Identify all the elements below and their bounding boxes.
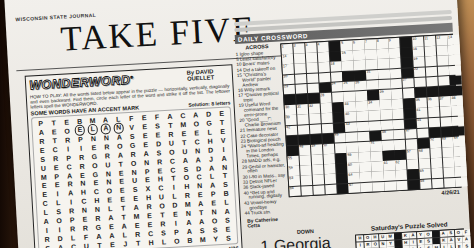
crossword-cell: 21 <box>366 70 378 80</box>
solved-letter-cell: I <box>357 242 364 248</box>
crossword-cell: 45 <box>334 133 346 143</box>
crossword-cell <box>365 49 377 59</box>
crossword-cell <box>455 177 467 187</box>
crossword-cell <box>444 178 456 188</box>
clue-number: 45 <box>334 133 338 137</box>
clue-number: 6 <box>353 40 355 44</box>
solved-letter-cell: K <box>440 237 447 244</box>
solved-letter-cell: O <box>455 229 462 236</box>
crossword-cell: 16 <box>412 47 424 57</box>
crossword-cell <box>382 140 394 150</box>
crossword-cell <box>317 52 329 62</box>
crossword-cell <box>403 88 415 98</box>
clue-number: 22 <box>414 67 418 71</box>
crossword-cell <box>380 100 392 110</box>
crossword-cell <box>309 114 321 124</box>
crossword-cell <box>307 73 319 83</box>
crossword-cell: 52 <box>429 138 441 148</box>
clue-number: 17 <box>283 64 287 68</box>
crossword-cell <box>377 59 389 69</box>
clue-number: 47 <box>405 129 409 133</box>
crossword-cell: 57 <box>406 149 418 159</box>
crossword-cell <box>425 56 437 66</box>
crossword-cell <box>324 164 336 174</box>
wordsearch-letter: H <box>144 237 157 247</box>
crossword-cell <box>369 121 381 131</box>
solved-letter-cell: E <box>455 243 462 248</box>
crossword-cell <box>321 123 333 133</box>
crossword-cell <box>358 142 370 152</box>
crossword-cell <box>442 157 454 167</box>
clue-number: 18 <box>330 62 334 66</box>
crossword-cell: 38 <box>451 96 463 106</box>
solved-letter-cell: O <box>372 241 379 248</box>
crossword-cell <box>396 180 408 190</box>
crossword-cell <box>354 60 366 70</box>
crossword-cell: 50 <box>323 144 335 154</box>
clue-number: 14 <box>282 54 286 58</box>
clue-number: 68 <box>420 179 424 183</box>
clue-number: 51 <box>370 141 374 145</box>
crossword-cell <box>295 74 307 84</box>
crossword-cell <box>355 91 367 101</box>
crossword-cell: 51 <box>370 141 382 151</box>
down-clue-column: DOWN 1 Georgia team, in sports headlines… <box>260 226 359 248</box>
crossword-cell <box>451 106 463 116</box>
crossword-cell <box>448 45 460 55</box>
solved-black-square <box>432 231 439 238</box>
solved-black-square <box>394 233 401 240</box>
crossword-cell: 48 <box>299 145 311 155</box>
crossword-cell <box>440 106 452 116</box>
photo-of-newspaper: WISCONSIN STATE JOURNAL TAKE FIVE WONDER… <box>0 0 474 248</box>
clue-number: 60 <box>348 163 352 167</box>
crossword-cell <box>366 60 378 70</box>
clue-number: 32 <box>309 104 313 108</box>
crossword-cell <box>343 91 355 101</box>
crossword-cell <box>359 162 371 172</box>
crossword-cell <box>330 72 342 82</box>
crossword-cell <box>437 66 449 76</box>
crossword-cell <box>380 110 392 120</box>
crossword-cell: 27 <box>402 78 414 88</box>
crossword-grid: 1234567891011121314151617181920212223242… <box>280 34 461 198</box>
crossword-cell <box>449 65 461 75</box>
crossword-cell <box>356 101 368 111</box>
crossword-cell <box>384 171 396 181</box>
crossword-cell: 64 <box>348 173 360 183</box>
crossword-cell: 55 <box>288 156 300 166</box>
crossword-cell <box>389 48 401 58</box>
crossword-cell <box>307 83 319 93</box>
clue-number: 7 <box>365 39 367 43</box>
crossword-black-square <box>370 131 382 141</box>
crossword-cell <box>324 174 336 184</box>
clue-number: 31 <box>297 104 301 108</box>
crossword-cell <box>442 147 454 157</box>
crossword-cell <box>394 140 406 150</box>
crossword-cell <box>321 113 333 123</box>
crossword-cell <box>313 185 325 195</box>
crossword-cell <box>358 131 370 141</box>
clue-number: 49 <box>311 144 315 148</box>
crossword-cell <box>381 120 393 130</box>
clue-number: 15 <box>342 51 346 55</box>
solved-letter-cell: I <box>440 244 447 248</box>
clue-number: 8 <box>377 39 379 43</box>
wordsearch-letter: M <box>196 235 209 245</box>
clue-number: 4 <box>317 42 319 46</box>
crossword-black-square <box>287 146 299 156</box>
crossword-cell <box>301 175 313 185</box>
crossword-cell <box>424 46 436 56</box>
crossword-cell <box>368 110 380 120</box>
crossword-cell: 3 <box>305 42 317 52</box>
solved-letter-cell: O <box>424 231 431 238</box>
crossword-cell <box>443 167 455 177</box>
clue-number: 56 <box>347 152 351 156</box>
crossword-black-square <box>332 102 344 112</box>
solved-letter-cell: A <box>448 237 455 244</box>
crossword-cell: 30 <box>285 105 297 115</box>
clue-number: 13 <box>448 35 452 39</box>
crossword-cell <box>417 128 429 138</box>
clue-number: 39 <box>286 115 290 119</box>
clue-number: 43 <box>346 122 350 126</box>
solved-letter-cell: R <box>364 241 371 248</box>
crossword-black-square <box>408 180 420 190</box>
crossword-cell <box>455 167 467 177</box>
crossword-cell: 32 <box>308 104 320 114</box>
wordsearch-letter: U <box>80 241 93 248</box>
crossword-cell <box>392 109 404 119</box>
crossword-cell: 1 <box>281 44 293 54</box>
crossword-cell: 10 <box>412 37 424 47</box>
crossword-cell <box>449 55 461 65</box>
clue-number: 29 <box>379 89 383 93</box>
clue-number: 65 <box>420 169 424 173</box>
crossword-cell <box>300 165 312 175</box>
crossword-cell <box>440 117 452 127</box>
wordsearch-letter: T <box>93 240 106 248</box>
crossword-cell <box>295 84 307 94</box>
crossword-cell: 9 <box>388 38 400 48</box>
crossword-cell: 25 <box>343 81 355 91</box>
crossword-black-square <box>427 87 439 97</box>
crossword-cell: 20 <box>283 74 295 84</box>
solved-letter-cell: M <box>386 233 393 240</box>
solved-letter-cell: A <box>409 232 416 239</box>
solved-letter-cell: U <box>379 234 386 241</box>
crossword-black-square <box>400 37 412 47</box>
crossword-cell: 2 <box>293 43 305 53</box>
crossword-cell <box>372 171 384 181</box>
crossword-black-square <box>407 169 419 179</box>
solved-letter-cell: A <box>440 230 447 237</box>
crossword-black-square <box>418 138 430 148</box>
wordsearch-letter: T <box>131 238 144 248</box>
wordsearch-grid-frame: PTEBMALFEFACADEAEOELANVESTMOGTRTRPNNASEE… <box>31 107 238 248</box>
clue-number: 53 <box>442 137 446 141</box>
crossword-black-square <box>453 126 465 136</box>
crossword-cell: 7 <box>364 39 376 49</box>
crossword-cell <box>377 49 389 59</box>
crossword-cell <box>391 89 403 99</box>
solved-letter-cell: S <box>425 238 432 245</box>
crossword-black-square <box>329 51 341 61</box>
crossword-black-square <box>298 135 310 145</box>
crossword-cell <box>306 53 318 63</box>
saturday-solution-block: Saturday's Puzzle Solved HOHUMKAYOASOFIR… <box>355 220 472 248</box>
crossword-black-square <box>296 94 308 104</box>
crossword-cell <box>298 125 310 135</box>
crossword-cell <box>431 168 443 178</box>
crossword-black-square <box>450 75 462 85</box>
clue-number: 26 <box>355 81 359 85</box>
crossword-black-square <box>438 86 450 96</box>
clue-number: 24 <box>331 82 335 86</box>
crossword-cell: 35 <box>415 98 427 108</box>
crossword-black-square <box>333 112 345 122</box>
crossword-cell <box>452 116 464 126</box>
crossword-cell: 61 <box>383 161 395 171</box>
wonderword-byline: By DAVID OUELLET <box>187 67 230 82</box>
crossword-cell: 31 <box>297 104 309 114</box>
crossword-cell: 23 <box>284 85 296 95</box>
crossword-cell <box>367 80 379 90</box>
across-clue-list: 1 Igloo shape5 Least satisfactory10 Boar… <box>236 50 288 216</box>
crossword-black-square <box>401 58 413 68</box>
crossword-cell: 65 <box>419 169 431 179</box>
crossword-cell: 62 <box>395 160 407 170</box>
clue-number: 19 <box>413 57 417 61</box>
clue-number: 59 <box>288 166 292 170</box>
clue-number: 67 <box>349 183 353 187</box>
clue-number: 21 <box>366 70 370 74</box>
crossword-cell <box>311 154 323 164</box>
crossword-black-square <box>354 70 366 80</box>
crossword-cell <box>325 184 337 194</box>
clue-number: 34 <box>368 100 372 104</box>
solved-letter-cell: N <box>379 240 386 247</box>
wordsearch-letter: J <box>119 239 132 248</box>
crossword-cell <box>346 132 358 142</box>
clue-number: 11 <box>424 36 428 40</box>
crossword-black-square <box>284 95 296 105</box>
clue-number: 41 <box>416 108 420 112</box>
clue-number: 37 <box>439 96 443 100</box>
crossword-cell: 14 <box>282 54 294 64</box>
crossword-cell <box>342 61 354 71</box>
clue-number: 63 <box>289 176 293 180</box>
clue-number: 46 <box>382 130 386 134</box>
solved-letter-cell: L <box>448 244 455 248</box>
crossword-cell: 46 <box>381 130 393 140</box>
newspaper-page: WISCONSIN STATE JOURNAL TAKE FIVE WONDER… <box>4 0 472 248</box>
crossword-cell: 39 <box>285 115 297 125</box>
solved-black-square <box>394 240 401 247</box>
crossword-cell <box>318 62 330 72</box>
crossword-cell <box>390 79 402 89</box>
solved-letter-cell: V <box>455 236 462 243</box>
crossword-cell: 13 <box>448 35 460 45</box>
clue-number: 10 <box>412 37 416 41</box>
crossword-black-square <box>336 163 348 173</box>
crossword-cell: 68 <box>420 179 432 189</box>
clue-number: 25 <box>343 81 347 85</box>
crossword-cell <box>419 159 431 169</box>
crossword-black-square <box>403 98 415 108</box>
crossword-cell: 5 <box>341 40 353 50</box>
crossword-cell <box>319 72 331 82</box>
clue-number: 54 <box>454 136 458 140</box>
across-clue-column: ACROSS 1 Igloo shape5 Least satisfactory… <box>235 44 288 229</box>
crossword-cell <box>414 77 426 87</box>
clue-number: 2 <box>294 43 296 47</box>
crossword-cell <box>334 143 346 153</box>
crossword-cell <box>432 178 444 188</box>
crossword-black-square <box>402 68 414 78</box>
clue-number: 1 <box>282 44 284 48</box>
solved-letter-cell: S <box>463 243 470 248</box>
crossword-black-square <box>308 93 320 103</box>
crossword-cell <box>312 175 324 185</box>
crossword-cell <box>378 69 390 79</box>
crossword-cell <box>389 58 401 68</box>
crossword-cell <box>438 76 450 86</box>
crossword-cell <box>436 45 448 55</box>
clue-number: 64 <box>348 173 352 177</box>
clue-number: 27 <box>403 78 407 82</box>
solved-letter-cell: M <box>433 244 440 248</box>
crossword-cell <box>312 165 324 175</box>
solved-letter-cell: F <box>462 229 469 236</box>
wordsearch-letter: C <box>67 242 80 248</box>
crossword-black-square <box>329 41 341 51</box>
wordsearch-letter: O <box>170 236 183 246</box>
crossword-grid-area: 1234567891011121314151617181920212223242… <box>280 34 463 227</box>
crossword-cell <box>407 159 419 169</box>
solved-letter-cell: A <box>463 236 470 243</box>
crossword-black-square <box>404 108 416 118</box>
crossword-cell <box>332 92 344 102</box>
clue-number: 30 <box>285 105 289 109</box>
crossword-cell: 15 <box>341 51 353 61</box>
daily-crossword-section: DAILY CROSSWORD ACROSS 1 Igloo shape5 Le… <box>234 10 466 248</box>
solved-letter-cell: K <box>402 232 409 239</box>
crossword-cell <box>320 103 332 113</box>
clue-number: 20 <box>283 74 287 78</box>
crossword-cell <box>392 99 404 109</box>
crossword-byline: By Catherine Cetta <box>247 216 289 229</box>
crossword-cell <box>359 152 371 162</box>
crossword-cell <box>430 148 442 158</box>
clue-number: 38 <box>451 96 455 100</box>
crossword-cell <box>371 151 383 161</box>
crossword-cell <box>396 170 408 180</box>
crossword-black-square <box>367 90 379 100</box>
crossword-cell: 17 <box>282 64 294 74</box>
crossword-black-square <box>336 173 348 183</box>
crossword-black-square <box>450 85 462 95</box>
clue-number: 61 <box>383 161 387 165</box>
crossword-cell <box>294 63 306 73</box>
clue-number: 28 <box>320 93 324 97</box>
crossword-cell: 67 <box>349 183 361 193</box>
crossword-black-square <box>322 133 334 143</box>
crossword-black-square <box>401 47 413 57</box>
wordsearch-letter: S <box>41 243 54 248</box>
crossword-cell: 59 <box>288 166 300 176</box>
clue-number: 52 <box>430 138 434 142</box>
solved-letter-cell: Y <box>417 231 424 238</box>
crossword-cell: 19 <box>413 57 425 67</box>
crossword-black-square <box>335 153 347 163</box>
crossword-cell <box>393 129 405 139</box>
crossword-cell: 63 <box>289 176 301 186</box>
wordsearch-letter: E <box>106 240 119 248</box>
crossword-cell <box>454 157 466 167</box>
crossword-cell: 22 <box>414 67 426 77</box>
crossword-black-square <box>429 127 441 137</box>
solved-letter-cell: E <box>417 238 424 245</box>
clue-number: 16 <box>413 47 417 51</box>
clue-number: 48 <box>299 145 303 149</box>
crossword-cell <box>390 68 402 78</box>
crossword-cell <box>301 186 313 196</box>
crossword-cell: 24 <box>331 82 343 92</box>
crossword-black-square <box>319 83 331 93</box>
crossword-black-square <box>415 87 427 97</box>
clue-number: 36 <box>428 97 432 101</box>
clue-number: 35 <box>416 98 420 102</box>
clue-number: 3 <box>305 43 307 47</box>
crossword-black-square <box>337 184 349 194</box>
crossword-cell <box>372 182 384 192</box>
crossword-cell <box>406 139 418 149</box>
crossword-cell <box>384 181 396 191</box>
crossword-cell: 42 <box>286 125 298 135</box>
crossword-cell: 26 <box>355 81 367 91</box>
clue-number: 33 <box>344 102 348 106</box>
wordsearch-letter: B <box>183 235 196 245</box>
crossword-cell: 40 <box>345 112 357 122</box>
crossword-cell: 37 <box>439 96 451 106</box>
clue-number: 66 <box>290 186 294 190</box>
crossword-cell: 54 <box>453 136 465 146</box>
crossword-cell <box>310 124 322 134</box>
crossword-cell: 34 <box>368 100 380 110</box>
crossword-cell: 18 <box>330 62 342 72</box>
crossword-black-square <box>342 71 354 81</box>
crossword-cell: 49 <box>311 144 323 154</box>
crossword-cell: 33 <box>344 102 356 112</box>
crossword-cell: 29 <box>379 89 391 99</box>
crossword-cell <box>346 142 358 152</box>
clue-number: 62 <box>395 160 399 164</box>
wordsearch-letter: S <box>222 233 235 243</box>
crossword-cell: 8 <box>376 39 388 49</box>
crossword-cell: 53 <box>441 137 453 147</box>
crossword-cell <box>426 77 438 87</box>
clue-number: 50 <box>323 144 327 148</box>
solved-letter-cell: H <box>371 234 378 241</box>
solved-letter-cell: I <box>410 239 417 246</box>
crossword-cell <box>437 56 449 66</box>
clue-number: 9 <box>389 38 391 42</box>
crossword-cell: 60 <box>347 163 359 173</box>
solved-letter-cell: S <box>447 230 454 237</box>
